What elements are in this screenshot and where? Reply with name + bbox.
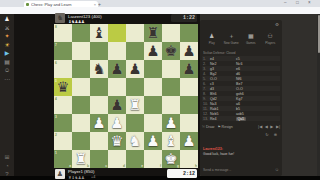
move-row: 13.Re4Qa5 xyxy=(202,116,280,121)
square-g2[interactable]: ♝ xyxy=(162,132,180,150)
rank-label: 7 xyxy=(55,43,57,47)
move[interactable]: Rab1 xyxy=(210,107,236,111)
move-number: 11. xyxy=(202,107,210,111)
move-number: 13. xyxy=(202,117,210,121)
move[interactable]: axb5 xyxy=(236,112,262,116)
move[interactable]: O-O xyxy=(210,77,236,81)
black-piece-n[interactable]: ♞ xyxy=(93,60,106,78)
tab-icon: ⚇ xyxy=(268,33,273,40)
move[interactable]: c3 xyxy=(210,82,236,86)
square-h7[interactable]: ♟ xyxy=(180,42,198,60)
player-captured-pieces: ♜♝♞♟♟ xyxy=(68,175,84,180)
square-f7[interactable]: ♟ xyxy=(144,42,162,60)
panel-tab-play[interactable]: ♟Play xyxy=(202,33,222,50)
square-e6[interactable]: ♟ xyxy=(126,60,144,78)
close-button[interactable]: × xyxy=(308,0,311,5)
settings-gear-icon[interactable]: ⚙ xyxy=(275,22,279,27)
tab-close-icon[interactable]: × xyxy=(94,2,96,7)
square-c4[interactable] xyxy=(90,96,108,114)
black-piece-p[interactable]: ♟ xyxy=(111,60,124,78)
square-f3[interactable] xyxy=(144,114,162,132)
square-b4[interactable] xyxy=(72,96,90,114)
move[interactable]: b5 xyxy=(236,107,262,111)
square-e1[interactable]: e xyxy=(126,150,144,168)
move[interactable]: Nxb5 xyxy=(210,112,236,116)
file-label: c xyxy=(105,164,107,168)
sidebar-clock-icon[interactable]: ◔ xyxy=(5,163,9,170)
square-e7[interactable] xyxy=(126,42,144,60)
white-piece-n[interactable]: ♞ xyxy=(129,132,142,150)
square-a5[interactable]: 5♛ xyxy=(54,78,72,96)
chat-input[interactable]: Send a message... ☺ xyxy=(203,167,279,172)
square-f6[interactable] xyxy=(144,60,162,78)
site-sidebar: ♟⚔✦☀▶▤☺⋯⊞◔? xyxy=(0,14,14,178)
square-b8[interactable] xyxy=(72,24,90,42)
rank-label: 8 xyxy=(55,25,57,29)
chess-board: 8♝♜7♟♚♟6♞♟♟♟5♛4♟♜3♟♟♟2♛♞♟♝♟1ab♜cdefg♚h xyxy=(54,24,198,168)
chat-sender-name: Laurent123: xyxy=(203,147,279,151)
sidebar-learn-icon[interactable]: ☀ xyxy=(4,42,9,49)
rank-label: 6 xyxy=(55,61,57,65)
sidebar-social-icon[interactable]: ☺ xyxy=(4,67,10,74)
square-a6[interactable]: 6 xyxy=(54,60,72,78)
square-b6[interactable] xyxy=(72,60,90,78)
black-piece-b[interactable]: ♝ xyxy=(93,24,106,42)
square-d4[interactable]: ♟ xyxy=(108,96,126,114)
sidebar-logo-icon[interactable]: ♟ xyxy=(4,16,9,23)
rank-label: 4 xyxy=(55,97,57,101)
square-h4[interactable] xyxy=(180,96,198,114)
rank-label: 3 xyxy=(55,115,57,119)
file-label: b xyxy=(87,164,89,168)
move[interactable]: O-O xyxy=(236,87,262,91)
sidebar-play-icon[interactable]: ⚔ xyxy=(4,25,9,32)
square-h5[interactable] xyxy=(180,78,198,96)
tab-title: Chess: Play and Learn xyxy=(31,2,92,7)
move[interactable]: a6 xyxy=(236,102,262,106)
square-g1[interactable]: g♚ xyxy=(162,150,180,168)
square-f8[interactable]: ♜ xyxy=(144,24,162,42)
resign-button[interactable]: ⚑ Resign xyxy=(217,125,232,129)
move-number: 9. xyxy=(202,97,210,101)
square-g4[interactable] xyxy=(162,96,180,114)
move-number: 8. xyxy=(202,92,210,96)
move[interactable]: e6 xyxy=(236,67,262,71)
square-e4[interactable]: ♜ xyxy=(126,96,144,114)
tab-icon: ＋ xyxy=(228,33,234,40)
move-number: 4. xyxy=(202,72,210,76)
square-h3[interactable] xyxy=(180,114,198,132)
move[interactable]: Kg7 xyxy=(236,97,262,101)
move[interactable]: Qd2 xyxy=(210,97,236,101)
move[interactable]: Be7 xyxy=(236,82,262,86)
minimize-button[interactable]: – xyxy=(284,0,287,5)
white-piece-p[interactable]: ♟ xyxy=(165,114,178,132)
move-number: 10. xyxy=(202,102,210,106)
square-e5[interactable] xyxy=(126,78,144,96)
sidebar-watch-icon[interactable]: ▶ xyxy=(5,50,10,57)
square-c3[interactable]: ♟ xyxy=(90,114,108,132)
black-piece-p[interactable]: ♟ xyxy=(183,42,196,60)
scrollbar-thumb[interactable] xyxy=(318,15,320,53)
rank-label: 1 xyxy=(55,151,57,155)
black-piece-p[interactable]: ♟ xyxy=(147,42,160,60)
square-g6[interactable] xyxy=(162,60,180,78)
nav-first-icon[interactable]: |◀ xyxy=(258,124,262,129)
square-g8[interactable] xyxy=(162,24,180,42)
player-name[interactable]: Player1 (850) xyxy=(68,169,94,174)
file-label: d xyxy=(123,164,125,168)
file-label: f xyxy=(160,164,161,168)
player-bar: ♟ Player1 (850) ♜♝♞♟♟ +4 2:12 xyxy=(54,168,198,179)
square-c2[interactable] xyxy=(90,132,108,150)
sidebar-puzzles-icon[interactable]: ✦ xyxy=(4,33,9,40)
move-number: 12. xyxy=(202,112,210,116)
white-piece-p[interactable]: ♟ xyxy=(147,132,160,150)
move-number: 6. xyxy=(202,82,210,86)
nav-last-icon[interactable]: ▶| xyxy=(276,124,280,129)
black-piece-p[interactable]: ♟ xyxy=(183,60,196,78)
nav-forward-icon[interactable]: ▶ xyxy=(270,124,273,129)
white-piece-p[interactable]: ♟ xyxy=(93,114,106,132)
square-c1[interactable]: c xyxy=(90,150,108,168)
panel-tab-new-game[interactable]: ＋New Game xyxy=(222,33,242,50)
nav-back-icon[interactable]: ◀ xyxy=(265,124,268,129)
opponent-bar: ♞ Laurent123 (400) ♝♞♟♟♟ 1:22 xyxy=(54,13,198,24)
square-e2[interactable]: ♞ xyxy=(126,132,144,150)
white-piece-q[interactable]: ♛ xyxy=(111,132,124,150)
maximize-button[interactable]: □ xyxy=(296,0,299,5)
browser-tab-strip: Chess: Play and Learn × + – □ × xyxy=(0,0,320,7)
material-score: +4 xyxy=(91,175,95,179)
square-d2[interactable]: ♛ xyxy=(108,132,126,150)
file-label: e xyxy=(141,164,143,168)
square-d5[interactable] xyxy=(108,78,126,96)
square-h6[interactable]: ♟ xyxy=(180,60,198,78)
black-piece-p[interactable]: ♟ xyxy=(129,60,142,78)
move[interactable]: d3 xyxy=(210,87,236,91)
move[interactable]: Re4 xyxy=(210,117,236,121)
square-e8[interactable] xyxy=(126,24,144,42)
square-b1[interactable]: b♜ xyxy=(72,150,90,168)
white-piece-p[interactable]: ♟ xyxy=(183,132,196,150)
square-d3[interactable]: ♟ xyxy=(108,114,126,132)
panel-tab-players[interactable]: ⚇Players xyxy=(261,33,281,50)
square-f5[interactable] xyxy=(144,78,162,96)
white-piece-p[interactable]: ♟ xyxy=(111,114,124,132)
chat-block: Laurent123: Good luck, have fun! xyxy=(203,147,279,156)
square-g7[interactable]: ♚ xyxy=(162,42,180,60)
move[interactable]: d6 xyxy=(236,72,262,76)
square-d8[interactable] xyxy=(108,24,126,42)
square-c6[interactable]: ♞ xyxy=(90,60,108,78)
opening-name: Sicilian Defense: Closed xyxy=(203,51,279,55)
sidebar-more-icon[interactable]: ⋯ xyxy=(4,76,10,83)
square-a8[interactable]: 8 xyxy=(54,24,72,42)
square-h1[interactable]: h xyxy=(180,150,198,168)
chat-message: Good luck, have fun! xyxy=(203,152,279,156)
opponent-avatar[interactable]: ♞ xyxy=(55,13,65,23)
chat-input-placeholder: Send a message... xyxy=(203,168,274,172)
sidebar-apps-icon[interactable]: ⊞ xyxy=(4,154,9,161)
black-piece-k[interactable]: ♚ xyxy=(165,42,178,60)
opponent-name[interactable]: Laurent123 (400) xyxy=(68,14,102,19)
panel-tab-games[interactable]: ▦Games xyxy=(241,33,261,50)
square-e3[interactable] xyxy=(126,114,144,132)
draw-button[interactable]: ½ Draw xyxy=(202,125,214,129)
file-label: a xyxy=(69,164,71,168)
square-f2[interactable]: ♟ xyxy=(144,132,162,150)
square-f1[interactable]: f xyxy=(144,150,162,168)
square-b3[interactable] xyxy=(72,114,90,132)
square-g5[interactable] xyxy=(162,78,180,96)
square-b5[interactable] xyxy=(72,78,90,96)
black-piece-r[interactable]: ♜ xyxy=(147,24,160,42)
panel-extra-icons[interactable]: ↻ ⊕ xyxy=(265,132,279,137)
square-c7[interactable] xyxy=(90,42,108,60)
rank-label: 2 xyxy=(55,133,57,137)
move[interactable]: Bh6 xyxy=(210,92,236,96)
move-number: 1. xyxy=(202,57,210,61)
player-clock: 2:12 xyxy=(167,169,197,178)
square-h8[interactable] xyxy=(180,24,198,42)
white-piece-r[interactable]: ♜ xyxy=(129,96,142,114)
black-piece-q[interactable]: ♛ xyxy=(57,78,70,96)
file-label: g xyxy=(177,164,179,168)
file-label: h xyxy=(195,164,197,168)
square-f4[interactable] xyxy=(144,96,162,114)
square-c5[interactable] xyxy=(90,78,108,96)
square-g3[interactable]: ♟ xyxy=(162,114,180,132)
square-a1[interactable]: 1a xyxy=(54,150,72,168)
square-c8[interactable]: ♝ xyxy=(90,24,108,42)
move-number: 3. xyxy=(202,67,210,71)
black-piece-p[interactable]: ♟ xyxy=(111,96,124,114)
tab-icon: ▦ xyxy=(248,33,254,40)
square-d1[interactable]: d xyxy=(108,150,126,168)
move-list: 1.e4c52.Ne2Nc63.g3e64.Bg2d65.O-ONf66.c3B… xyxy=(202,56,280,121)
move[interactable]: Ne2 xyxy=(210,62,236,66)
square-d7[interactable] xyxy=(108,42,126,60)
move[interactable]: Bg2 xyxy=(210,72,236,76)
emoji-icon[interactable]: ☺ xyxy=(274,167,279,172)
move-number: 2. xyxy=(202,62,210,66)
game-controls: ½ Draw ⚑ Resign |◀ ◀ ▶ ▶| xyxy=(202,124,280,129)
move[interactable]: g3 xyxy=(210,67,236,71)
move[interactable]: Qa5 xyxy=(236,117,262,121)
game-panel: ⚙ ♟Play＋New Game▦Games⚇Players Sicilian … xyxy=(200,20,282,176)
move[interactable]: c5 xyxy=(236,57,262,61)
square-a2[interactable]: 2 xyxy=(54,132,72,150)
square-h2[interactable]: ♟ xyxy=(180,132,198,150)
move[interactable]: e4 xyxy=(210,57,236,61)
tab-icon: ♟ xyxy=(209,33,214,40)
square-a3[interactable]: 3 xyxy=(54,114,72,132)
square-b2[interactable] xyxy=(72,132,90,150)
favicon xyxy=(26,3,29,6)
sidebar-news-icon[interactable]: ▤ xyxy=(4,59,10,66)
square-a4[interactable]: 4 xyxy=(54,96,72,114)
white-piece-r[interactable]: ♜ xyxy=(75,150,88,168)
rank-label: 5 xyxy=(55,79,57,83)
white-piece-b[interactable]: ♝ xyxy=(165,132,178,150)
move-number: 7. xyxy=(202,87,210,91)
square-d6[interactable]: ♟ xyxy=(108,60,126,78)
move[interactable]: Nc6 xyxy=(236,62,262,66)
square-b7[interactable] xyxy=(72,42,90,60)
move-number: 5. xyxy=(202,77,210,81)
white-piece-k[interactable]: ♚ xyxy=(165,150,178,168)
move[interactable]: Nf6 xyxy=(236,77,262,81)
opponent-clock: 1:22 xyxy=(171,14,197,22)
player-avatar[interactable]: ♟ xyxy=(55,169,65,179)
move[interactable]: gxh6 xyxy=(236,92,262,96)
move[interactable]: Na3 xyxy=(210,102,236,106)
square-a7[interactable]: 7 xyxy=(54,42,72,60)
panel-tabs: ♟Play＋New Game▦Games⚇Players xyxy=(202,33,280,50)
